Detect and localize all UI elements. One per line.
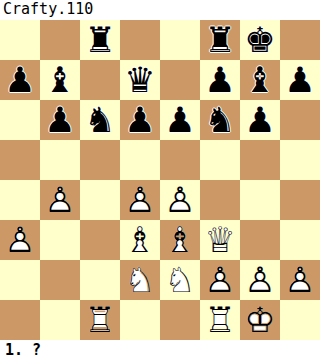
white-pawn-piece[interactable]: ♟♙ bbox=[0, 220, 40, 260]
square-h8[interactable] bbox=[280, 20, 320, 60]
square-g1[interactable]: ♚♔ bbox=[240, 300, 280, 340]
white-bishop-piece[interactable]: ♝♗ bbox=[120, 220, 160, 260]
square-c4[interactable] bbox=[80, 180, 120, 220]
white-rook-piece[interactable]: ♜♖ bbox=[200, 300, 240, 340]
white-pawn-piece[interactable]: ♟♙ bbox=[120, 180, 160, 220]
square-g6[interactable]: ♟ bbox=[240, 100, 280, 140]
square-b1[interactable] bbox=[40, 300, 80, 340]
white-pawn-piece[interactable]: ♟♙ bbox=[160, 180, 200, 220]
square-a3[interactable]: ♟♙ bbox=[0, 220, 40, 260]
square-h7[interactable]: ♟ bbox=[280, 60, 320, 100]
black-pawn-piece[interactable]: ♟ bbox=[40, 100, 80, 140]
square-c5[interactable] bbox=[80, 140, 120, 180]
square-g5[interactable] bbox=[240, 140, 280, 180]
black-rook-piece[interactable]: ♜ bbox=[200, 20, 240, 60]
square-a1[interactable] bbox=[0, 300, 40, 340]
square-h2[interactable]: ♟♙ bbox=[280, 260, 320, 300]
square-c1[interactable]: ♜♖ bbox=[80, 300, 120, 340]
black-pawn-piece[interactable]: ♟ bbox=[160, 100, 200, 140]
crafty-window: Crafty.110 ♜♜♚♟♝♛♟♝♟♟♞♟♟♞♟♟♙♟♙♟♙♟♙♝♗♝♗♛♕… bbox=[0, 0, 320, 360]
square-e4[interactable]: ♟♙ bbox=[160, 180, 200, 220]
black-pawn-piece[interactable]: ♟ bbox=[280, 60, 320, 100]
square-d3[interactable]: ♝♗ bbox=[120, 220, 160, 260]
square-f1[interactable]: ♜♖ bbox=[200, 300, 240, 340]
white-pawn-piece[interactable]: ♟♙ bbox=[200, 260, 240, 300]
square-d5[interactable] bbox=[120, 140, 160, 180]
move-prompt: 1. ? bbox=[0, 340, 320, 360]
square-d8[interactable] bbox=[120, 20, 160, 60]
square-c7[interactable] bbox=[80, 60, 120, 100]
square-b7[interactable]: ♝ bbox=[40, 60, 80, 100]
white-knight-piece[interactable]: ♞♘ bbox=[160, 260, 200, 300]
square-e3[interactable]: ♝♗ bbox=[160, 220, 200, 260]
square-f6[interactable]: ♞ bbox=[200, 100, 240, 140]
black-bishop-piece[interactable]: ♝ bbox=[240, 60, 280, 100]
black-queen-piece[interactable]: ♛ bbox=[120, 60, 160, 100]
black-knight-piece[interactable]: ♞ bbox=[200, 100, 240, 140]
square-e5[interactable] bbox=[160, 140, 200, 180]
square-f7[interactable]: ♟ bbox=[200, 60, 240, 100]
black-pawn-piece[interactable]: ♟ bbox=[240, 100, 280, 140]
white-rook-piece[interactable]: ♜♖ bbox=[80, 300, 120, 340]
black-pawn-piece[interactable]: ♟ bbox=[0, 60, 40, 100]
square-g2[interactable]: ♟♙ bbox=[240, 260, 280, 300]
square-b6[interactable]: ♟ bbox=[40, 100, 80, 140]
square-f8[interactable]: ♜ bbox=[200, 20, 240, 60]
square-b3[interactable] bbox=[40, 220, 80, 260]
chess-board[interactable]: ♜♜♚♟♝♛♟♝♟♟♞♟♟♞♟♟♙♟♙♟♙♟♙♝♗♝♗♛♕♞♘♞♘♟♙♟♙♟♙♜… bbox=[0, 20, 320, 340]
square-c2[interactable] bbox=[80, 260, 120, 300]
square-h5[interactable] bbox=[280, 140, 320, 180]
square-f5[interactable] bbox=[200, 140, 240, 180]
square-h4[interactable] bbox=[280, 180, 320, 220]
square-e7[interactable] bbox=[160, 60, 200, 100]
square-h6[interactable] bbox=[280, 100, 320, 140]
white-pawn-piece[interactable]: ♟♙ bbox=[40, 180, 80, 220]
black-pawn-piece[interactable]: ♟ bbox=[120, 100, 160, 140]
square-c8[interactable]: ♜ bbox=[80, 20, 120, 60]
square-f3[interactable]: ♛♕ bbox=[200, 220, 240, 260]
square-b8[interactable] bbox=[40, 20, 80, 60]
white-king-piece[interactable]: ♚♔ bbox=[240, 300, 280, 340]
square-d6[interactable]: ♟ bbox=[120, 100, 160, 140]
square-g7[interactable]: ♝ bbox=[240, 60, 280, 100]
black-king-piece[interactable]: ♚ bbox=[240, 20, 280, 60]
square-b5[interactable] bbox=[40, 140, 80, 180]
square-g3[interactable] bbox=[240, 220, 280, 260]
square-e8[interactable] bbox=[160, 20, 200, 60]
square-d2[interactable]: ♞♘ bbox=[120, 260, 160, 300]
square-e1[interactable] bbox=[160, 300, 200, 340]
square-b2[interactable] bbox=[40, 260, 80, 300]
window-title: Crafty.110 bbox=[0, 0, 320, 20]
black-rook-piece[interactable]: ♜ bbox=[80, 20, 120, 60]
square-d7[interactable]: ♛ bbox=[120, 60, 160, 100]
black-pawn-piece[interactable]: ♟ bbox=[200, 60, 240, 100]
square-a7[interactable]: ♟ bbox=[0, 60, 40, 100]
square-b4[interactable]: ♟♙ bbox=[40, 180, 80, 220]
square-e6[interactable]: ♟ bbox=[160, 100, 200, 140]
square-g8[interactable]: ♚ bbox=[240, 20, 280, 60]
square-c6[interactable]: ♞ bbox=[80, 100, 120, 140]
square-g4[interactable] bbox=[240, 180, 280, 220]
square-f4[interactable] bbox=[200, 180, 240, 220]
square-a8[interactable] bbox=[0, 20, 40, 60]
square-c3[interactable] bbox=[80, 220, 120, 260]
square-f2[interactable]: ♟♙ bbox=[200, 260, 240, 300]
square-e2[interactable]: ♞♘ bbox=[160, 260, 200, 300]
black-knight-piece[interactable]: ♞ bbox=[80, 100, 120, 140]
white-knight-piece[interactable]: ♞♘ bbox=[120, 260, 160, 300]
square-a2[interactable] bbox=[0, 260, 40, 300]
white-pawn-piece[interactable]: ♟♙ bbox=[240, 260, 280, 300]
white-pawn-piece[interactable]: ♟♙ bbox=[280, 260, 320, 300]
square-a4[interactable] bbox=[0, 180, 40, 220]
square-d1[interactable] bbox=[120, 300, 160, 340]
white-queen-piece[interactable]: ♛♕ bbox=[200, 220, 240, 260]
square-h3[interactable] bbox=[280, 220, 320, 260]
square-a6[interactable] bbox=[0, 100, 40, 140]
square-d4[interactable]: ♟♙ bbox=[120, 180, 160, 220]
square-a5[interactable] bbox=[0, 140, 40, 180]
square-h1[interactable] bbox=[280, 300, 320, 340]
white-bishop-piece[interactable]: ♝♗ bbox=[160, 220, 200, 260]
black-bishop-piece[interactable]: ♝ bbox=[40, 60, 80, 100]
